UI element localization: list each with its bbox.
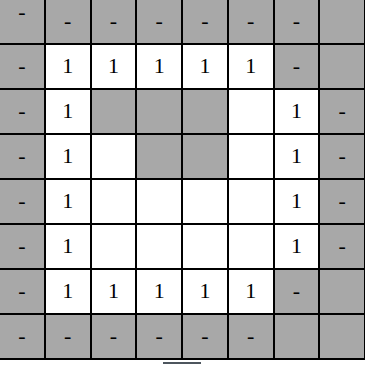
dash-mark: - bbox=[247, 324, 254, 348]
cell-r2c7[interactable]: - bbox=[275, 45, 319, 88]
cell-r1c6[interactable]: - bbox=[229, 0, 273, 43]
mine-count-1: 1 bbox=[62, 144, 73, 168]
dash-mark: - bbox=[247, 9, 254, 33]
cell-r6c8[interactable]: - bbox=[320, 225, 364, 268]
cell-r5c4[interactable] bbox=[137, 180, 181, 223]
mine-count-1: 1 bbox=[291, 99, 302, 123]
dash-mark: - bbox=[110, 324, 117, 348]
dash-mark: - bbox=[155, 9, 162, 33]
cell-r2c2[interactable]: 1 bbox=[46, 45, 90, 88]
cell-r1c5[interactable]: - bbox=[183, 0, 227, 43]
cell-r1c3[interactable]: - bbox=[92, 0, 136, 43]
mine-count-1: 1 bbox=[62, 234, 73, 258]
cell-r6c3[interactable] bbox=[92, 225, 136, 268]
dash-mark: - bbox=[18, 324, 25, 348]
mine-count-1: 1 bbox=[291, 189, 302, 213]
dash-mark: - bbox=[18, 279, 25, 303]
cell-r7c7[interactable]: - bbox=[275, 270, 319, 313]
dash-mark: - bbox=[201, 324, 208, 348]
mine-count-1: 1 bbox=[62, 279, 73, 303]
mine-count-1: 1 bbox=[245, 54, 256, 78]
cell-r4c5[interactable] bbox=[183, 135, 227, 178]
dash-mark: - bbox=[293, 279, 300, 303]
cell-r3c4[interactable] bbox=[137, 90, 181, 133]
cell-r8c4[interactable]: - bbox=[137, 315, 181, 358]
partial-widget-top-edge[interactable] bbox=[163, 362, 201, 364]
cell-r8c5[interactable]: - bbox=[183, 315, 227, 358]
cell-r3c7[interactable]: 1 bbox=[275, 90, 319, 133]
mine-count-1: 1 bbox=[199, 54, 210, 78]
cell-r4c2[interactable]: 1 bbox=[46, 135, 90, 178]
cell-r4c6[interactable] bbox=[229, 135, 273, 178]
dash-mark: - bbox=[18, 54, 25, 78]
dash-mark: - bbox=[18, 0, 25, 24]
cell-r8c6[interactable]: - bbox=[229, 315, 273, 358]
cell-r7c2[interactable]: 1 bbox=[46, 270, 90, 313]
dash-mark: - bbox=[293, 9, 300, 33]
mine-count-1: 1 bbox=[108, 279, 119, 303]
cell-r4c4[interactable] bbox=[137, 135, 181, 178]
mine-count-1: 1 bbox=[62, 54, 73, 78]
cell-r7c5[interactable]: 1 bbox=[183, 270, 227, 313]
board-grid: --------11111--11--11--11--11--11111----… bbox=[0, 0, 365, 360]
dash-mark: - bbox=[293, 54, 300, 78]
cell-r3c5[interactable] bbox=[183, 90, 227, 133]
dash-mark: - bbox=[18, 234, 25, 258]
cell-r7c1[interactable]: - bbox=[0, 270, 44, 313]
cell-r1c7[interactable]: - bbox=[275, 0, 319, 43]
cell-r7c8[interactable] bbox=[320, 270, 364, 313]
cell-r5c2[interactable]: 1 bbox=[46, 180, 90, 223]
mine-count-1: 1 bbox=[108, 54, 119, 78]
mine-count-1: 1 bbox=[154, 54, 165, 78]
cell-r8c3[interactable]: - bbox=[92, 315, 136, 358]
cell-r1c8[interactable] bbox=[320, 0, 364, 43]
cell-r8c1[interactable]: - bbox=[0, 315, 44, 358]
cell-r2c6[interactable]: 1 bbox=[229, 45, 273, 88]
dash-mark: - bbox=[338, 234, 345, 258]
cell-r5c3[interactable] bbox=[92, 180, 136, 223]
dash-mark: - bbox=[338, 189, 345, 213]
cell-r4c8[interactable]: - bbox=[320, 135, 364, 178]
dash-mark: - bbox=[338, 144, 345, 168]
cell-r1c2[interactable]: - bbox=[46, 0, 90, 43]
cell-r5c7[interactable]: 1 bbox=[275, 180, 319, 223]
cell-r6c2[interactable]: 1 bbox=[46, 225, 90, 268]
cell-r7c3[interactable]: 1 bbox=[92, 270, 136, 313]
dash-mark: - bbox=[338, 99, 345, 123]
cell-r5c8[interactable]: - bbox=[320, 180, 364, 223]
dash-mark: - bbox=[64, 9, 71, 33]
mine-count-1: 1 bbox=[291, 144, 302, 168]
cell-r2c4[interactable]: 1 bbox=[137, 45, 181, 88]
cell-r1c1[interactable]: - bbox=[0, 0, 44, 43]
dash-mark: - bbox=[18, 144, 25, 168]
cell-r2c5[interactable]: 1 bbox=[183, 45, 227, 88]
cell-r5c5[interactable] bbox=[183, 180, 227, 223]
mine-count-1: 1 bbox=[62, 99, 73, 123]
dash-mark: - bbox=[18, 189, 25, 213]
cell-r6c4[interactable] bbox=[137, 225, 181, 268]
dash-mark: - bbox=[155, 324, 162, 348]
cell-r3c8[interactable]: - bbox=[320, 90, 364, 133]
cell-r4c3[interactable] bbox=[92, 135, 136, 178]
cell-r3c6[interactable] bbox=[229, 90, 273, 133]
cell-r7c6[interactable]: 1 bbox=[229, 270, 273, 313]
dash-mark: - bbox=[64, 324, 71, 348]
cell-r5c1[interactable]: - bbox=[0, 180, 44, 223]
mine-count-1: 1 bbox=[245, 279, 256, 303]
cell-r7c4[interactable]: 1 bbox=[137, 270, 181, 313]
minesweeper-window: --------11111--11--11--11--11--11111----… bbox=[0, 0, 365, 365]
mine-count-1: 1 bbox=[62, 189, 73, 213]
cell-r8c7[interactable] bbox=[275, 315, 319, 358]
cell-r3c3[interactable] bbox=[92, 90, 136, 133]
cell-r1c4[interactable]: - bbox=[137, 0, 181, 43]
cell-r6c7[interactable]: 1 bbox=[275, 225, 319, 268]
cell-r2c8[interactable] bbox=[320, 45, 364, 88]
dash-mark: - bbox=[110, 9, 117, 33]
cell-r4c7[interactable]: 1 bbox=[275, 135, 319, 178]
dash-mark: - bbox=[201, 9, 208, 33]
cell-r3c1[interactable]: - bbox=[0, 90, 44, 133]
cell-r3c2[interactable]: 1 bbox=[46, 90, 90, 133]
mine-count-1: 1 bbox=[291, 234, 302, 258]
cell-r6c5[interactable] bbox=[183, 225, 227, 268]
cell-r8c8[interactable] bbox=[320, 315, 364, 358]
mine-count-1: 1 bbox=[154, 279, 165, 303]
cell-r5c6[interactable] bbox=[229, 180, 273, 223]
cell-r2c3[interactable]: 1 bbox=[92, 45, 136, 88]
cell-r4c1[interactable]: - bbox=[0, 135, 44, 178]
cell-r2c1[interactable]: - bbox=[0, 45, 44, 88]
dash-mark: - bbox=[18, 99, 25, 123]
cell-r8c2[interactable]: - bbox=[46, 315, 90, 358]
cell-r6c6[interactable] bbox=[229, 225, 273, 268]
mine-count-1: 1 bbox=[199, 279, 210, 303]
cell-r6c1[interactable]: - bbox=[0, 225, 44, 268]
